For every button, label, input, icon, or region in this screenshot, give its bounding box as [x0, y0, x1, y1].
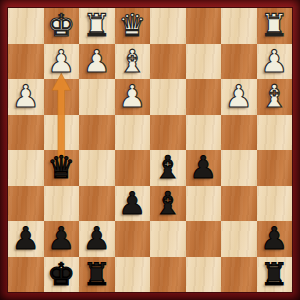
square-g7[interactable]: ♟: [44, 221, 80, 257]
square-e6[interactable]: ♟: [115, 186, 151, 222]
square-c7[interactable]: [186, 221, 222, 257]
square-f8[interactable]: ♜: [79, 257, 115, 293]
square-d2[interactable]: [150, 44, 186, 80]
piece-black-pawn-e6[interactable]: ♟: [115, 186, 151, 222]
piece-black-king-g8[interactable]: ♚: [44, 257, 80, 293]
square-b8[interactable]: [221, 257, 257, 293]
piece-black-pawn-g7[interactable]: ♟: [44, 221, 80, 257]
square-e7[interactable]: [115, 221, 151, 257]
piece-black-pawn-h7[interactable]: ♟: [8, 221, 44, 257]
square-b6[interactable]: [221, 186, 257, 222]
square-c4[interactable]: [186, 115, 222, 151]
piece-white-king-g1[interactable]: ♚: [44, 8, 80, 44]
chess-board: ♚♜♛♜♟♟♝♟♟♟♟♝♛♝♟♟♝♟♟♟♟♚♜♜: [8, 8, 292, 292]
square-f6[interactable]: [79, 186, 115, 222]
piece-white-rook-a1[interactable]: ♜: [257, 8, 293, 44]
square-g1[interactable]: ♚: [44, 8, 80, 44]
piece-black-queen-g5[interactable]: ♛: [44, 150, 80, 186]
square-b4[interactable]: [221, 115, 257, 151]
square-d1[interactable]: [150, 8, 186, 44]
piece-black-rook-a8[interactable]: ♜: [257, 257, 293, 293]
square-h6[interactable]: [8, 186, 44, 222]
square-d6[interactable]: ♝: [150, 186, 186, 222]
square-h1[interactable]: [8, 8, 44, 44]
square-f2[interactable]: ♟: [79, 44, 115, 80]
square-a2[interactable]: ♟: [257, 44, 293, 80]
piece-black-pawn-f7[interactable]: ♟: [79, 221, 115, 257]
square-a8[interactable]: ♜: [257, 257, 293, 293]
square-e5[interactable]: [115, 150, 151, 186]
square-d7[interactable]: [150, 221, 186, 257]
square-g4[interactable]: [44, 115, 80, 151]
square-h2[interactable]: [8, 44, 44, 80]
piece-white-pawn-a2[interactable]: ♟: [257, 44, 293, 80]
square-c6[interactable]: [186, 186, 222, 222]
square-h7[interactable]: ♟: [8, 221, 44, 257]
square-c1[interactable]: [186, 8, 222, 44]
square-d8[interactable]: [150, 257, 186, 293]
piece-white-bishop-e2[interactable]: ♝: [115, 44, 151, 80]
piece-black-rook-f8[interactable]: ♜: [79, 257, 115, 293]
square-e3[interactable]: ♟: [115, 79, 151, 115]
piece-white-pawn-b3[interactable]: ♟: [221, 79, 257, 115]
square-a6[interactable]: [257, 186, 293, 222]
square-g3[interactable]: [44, 79, 80, 115]
piece-black-bishop-d5[interactable]: ♝: [150, 150, 186, 186]
square-f7[interactable]: ♟: [79, 221, 115, 257]
square-b3[interactable]: ♟: [221, 79, 257, 115]
square-a4[interactable]: [257, 115, 293, 151]
square-e4[interactable]: [115, 115, 151, 151]
square-a7[interactable]: ♟: [257, 221, 293, 257]
piece-white-pawn-f2[interactable]: ♟: [79, 44, 115, 80]
square-b1[interactable]: [221, 8, 257, 44]
square-b2[interactable]: [221, 44, 257, 80]
square-g2[interactable]: ♟: [44, 44, 80, 80]
square-e2[interactable]: ♝: [115, 44, 151, 80]
piece-white-pawn-h3[interactable]: ♟: [8, 79, 44, 115]
square-a5[interactable]: [257, 150, 293, 186]
square-g6[interactable]: [44, 186, 80, 222]
square-d3[interactable]: [150, 79, 186, 115]
square-h8[interactable]: [8, 257, 44, 293]
square-d5[interactable]: ♝: [150, 150, 186, 186]
square-h4[interactable]: [8, 115, 44, 151]
piece-black-pawn-a7[interactable]: ♟: [257, 221, 293, 257]
piece-white-bishop-a3[interactable]: ♝: [257, 79, 293, 115]
square-b7[interactable]: [221, 221, 257, 257]
square-g8[interactable]: ♚: [44, 257, 80, 293]
square-d4[interactable]: [150, 115, 186, 151]
square-h3[interactable]: ♟: [8, 79, 44, 115]
square-c3[interactable]: [186, 79, 222, 115]
square-f3[interactable]: [79, 79, 115, 115]
piece-black-bishop-d6[interactable]: ♝: [150, 186, 186, 222]
square-f4[interactable]: [79, 115, 115, 151]
square-c5[interactable]: ♟: [186, 150, 222, 186]
square-c8[interactable]: [186, 257, 222, 293]
square-f1[interactable]: ♜: [79, 8, 115, 44]
piece-white-rook-f1[interactable]: ♜: [79, 8, 115, 44]
piece-black-pawn-c5[interactable]: ♟: [186, 150, 222, 186]
square-f5[interactable]: [79, 150, 115, 186]
square-e8[interactable]: [115, 257, 151, 293]
square-a1[interactable]: ♜: [257, 8, 293, 44]
piece-white-queen-e1[interactable]: ♛: [115, 8, 151, 44]
piece-white-pawn-g2[interactable]: ♟: [44, 44, 80, 80]
piece-white-pawn-e3[interactable]: ♟: [115, 79, 151, 115]
square-g5[interactable]: ♛: [44, 150, 80, 186]
square-e1[interactable]: ♛: [115, 8, 151, 44]
square-b5[interactable]: [221, 150, 257, 186]
square-c2[interactable]: [186, 44, 222, 80]
square-a3[interactable]: ♝: [257, 79, 293, 115]
square-h5[interactable]: [8, 150, 44, 186]
board-frame: ♚♜♛♜♟♟♝♟♟♟♟♝♛♝♟♟♝♟♟♟♟♚♜♜: [0, 0, 300, 300]
